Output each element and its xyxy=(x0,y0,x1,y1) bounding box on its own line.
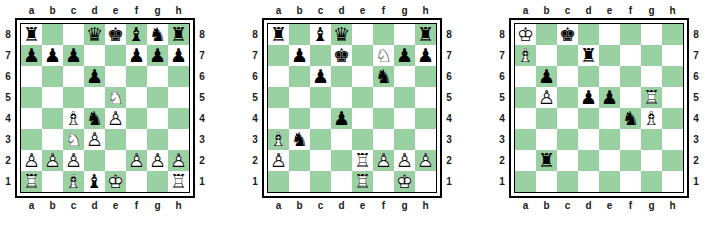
file-labels-bottom: abcdefgh xyxy=(509,198,689,213)
square-f8 xyxy=(373,24,394,45)
white-king: ♔ xyxy=(515,24,536,45)
square-b1 xyxy=(289,171,310,192)
square-e1 xyxy=(599,171,620,192)
square-e6 xyxy=(105,66,126,87)
square-e5: ♞♘ xyxy=(105,87,126,108)
file-label-e: e xyxy=(105,5,126,16)
rank-labels-right: 87654321 xyxy=(689,18,703,198)
rank-label-1: 1 xyxy=(495,171,509,192)
square-b8 xyxy=(42,24,63,45)
white-pawn-fill: ♟ xyxy=(105,108,126,129)
square-h7 xyxy=(662,45,683,66)
square-h4 xyxy=(662,108,683,129)
rank-label-8: 8 xyxy=(442,24,456,45)
black-pawn: ♟ xyxy=(578,87,599,108)
black-pawn: ♟ xyxy=(168,45,189,66)
file-label-f: f xyxy=(126,5,147,16)
black-pawn: ♟ xyxy=(126,45,147,66)
black-rook: ♜ xyxy=(168,24,189,45)
file-label-b: b xyxy=(42,5,63,16)
square-e2 xyxy=(599,150,620,171)
square-f5 xyxy=(126,87,147,108)
white-pawn: ♙ xyxy=(21,150,42,171)
black-pawn: ♟ xyxy=(310,66,331,87)
file-label-b: b xyxy=(536,5,557,16)
rank-label-6: 6 xyxy=(1,66,15,87)
black-pawn: ♟ xyxy=(147,45,168,66)
board-frame: ♜♛♚♝♞♜♟♟♟♟♟♟♟♞♘♝♗♞♟♙♞♘♟♙♟♙♟♙♟♙♟♙♟♙♟♙♜♖♝♗… xyxy=(15,18,195,198)
white-rook: ♖ xyxy=(352,171,373,192)
file-label-d: d xyxy=(578,200,599,211)
square-b4 xyxy=(42,108,63,129)
white-rook: ♖ xyxy=(168,171,189,192)
square-a7: ♟ xyxy=(21,45,42,66)
square-f5 xyxy=(620,87,641,108)
square-e7 xyxy=(352,45,373,66)
square-b5 xyxy=(289,87,310,108)
square-g3 xyxy=(147,129,168,150)
file-label-a: a xyxy=(515,5,536,16)
square-b8 xyxy=(289,24,310,45)
white-rook-fill: ♜ xyxy=(168,171,189,192)
square-h8: ♜ xyxy=(168,24,189,45)
square-b3 xyxy=(42,129,63,150)
file-label-b: b xyxy=(536,200,557,211)
file-label-e: e xyxy=(105,200,126,211)
white-bishop: ♗ xyxy=(641,108,662,129)
square-g6 xyxy=(147,66,168,87)
square-f7: ♞♘ xyxy=(373,45,394,66)
white-bishop-fill: ♝ xyxy=(268,129,289,150)
rank-labels-left: 87654321 xyxy=(248,18,262,198)
square-b2 xyxy=(289,150,310,171)
square-a4 xyxy=(21,108,42,129)
square-d2 xyxy=(578,150,599,171)
file-label-e: e xyxy=(599,200,620,211)
square-a3: ♝♗ xyxy=(268,129,289,150)
square-d1: ♝ xyxy=(84,171,105,192)
square-a1: ♜♖ xyxy=(21,171,42,192)
rank-label-1: 1 xyxy=(442,171,456,192)
file-label-f: f xyxy=(373,5,394,16)
white-pawn-fill: ♟ xyxy=(21,150,42,171)
square-f3 xyxy=(373,129,394,150)
square-c7: ♟ xyxy=(63,45,84,66)
square-g3 xyxy=(394,129,415,150)
white-pawn-fill: ♟ xyxy=(373,150,394,171)
rank-label-6: 6 xyxy=(195,66,209,87)
square-g4 xyxy=(147,108,168,129)
square-d5 xyxy=(84,87,105,108)
white-pawn: ♙ xyxy=(268,150,289,171)
file-label-g: g xyxy=(641,200,662,211)
square-c7 xyxy=(310,45,331,66)
square-e2 xyxy=(105,150,126,171)
rank-label-8: 8 xyxy=(689,24,703,45)
square-c1 xyxy=(557,171,578,192)
square-h8 xyxy=(662,24,683,45)
square-e7 xyxy=(599,45,620,66)
square-h8: ♜ xyxy=(415,24,436,45)
square-h1 xyxy=(662,171,683,192)
square-g4 xyxy=(394,108,415,129)
square-c2: ♟♙ xyxy=(63,150,84,171)
square-f7 xyxy=(620,45,641,66)
square-f2: ♟♙ xyxy=(126,150,147,171)
file-labels-top: abcdefgh xyxy=(15,3,195,18)
black-bishop: ♝ xyxy=(126,24,147,45)
white-pawn: ♙ xyxy=(373,150,394,171)
square-g1: ♚♔ xyxy=(394,171,415,192)
square-g1 xyxy=(641,171,662,192)
square-a6 xyxy=(268,66,289,87)
file-label-e: e xyxy=(352,5,373,16)
square-f4: ♞ xyxy=(620,108,641,129)
black-pawn: ♟ xyxy=(42,45,63,66)
file-labels-top: abcdefgh xyxy=(262,3,442,18)
white-pawn-fill: ♟ xyxy=(84,129,105,150)
square-c8: ♝ xyxy=(310,24,331,45)
square-g3 xyxy=(641,129,662,150)
white-pawn-fill: ♟ xyxy=(415,150,436,171)
white-king: ♔ xyxy=(105,171,126,192)
square-c5 xyxy=(557,87,578,108)
black-queen: ♛ xyxy=(84,24,105,45)
square-f1 xyxy=(620,171,641,192)
board-grid-2: ♜♝♛♜♟♚♞♘♟♟♟♞♟♝♗♞♟♙♜♖♟♙♟♙♟♙♜♖♚♔ xyxy=(267,23,437,193)
square-b6 xyxy=(289,66,310,87)
square-c2 xyxy=(310,150,331,171)
square-c3 xyxy=(557,129,578,150)
square-f5 xyxy=(373,87,394,108)
rank-label-3: 3 xyxy=(495,129,509,150)
board-frame: ♚♔♚♝♗♜♟♟♙♟♟♜♖♞♝♗♜ xyxy=(509,18,689,198)
rank-label-1: 1 xyxy=(248,171,262,192)
rank-label-1: 1 xyxy=(689,171,703,192)
square-a3 xyxy=(21,129,42,150)
square-h5 xyxy=(415,87,436,108)
rank-label-3: 3 xyxy=(1,129,15,150)
white-rook-fill: ♜ xyxy=(352,150,373,171)
square-e5: ♟ xyxy=(599,87,620,108)
square-d5 xyxy=(331,87,352,108)
white-knight-fill: ♞ xyxy=(63,129,84,150)
square-g2: ♟♙ xyxy=(147,150,168,171)
file-label-a: a xyxy=(21,5,42,16)
black-knight: ♞ xyxy=(147,24,168,45)
square-e8 xyxy=(352,24,373,45)
board-grid-1: ♜♛♚♝♞♜♟♟♟♟♟♟♟♞♘♝♗♞♟♙♞♘♟♙♟♙♟♙♟♙♟♙♟♙♟♙♜♖♝♗… xyxy=(20,23,190,193)
square-d7 xyxy=(84,45,105,66)
square-c4 xyxy=(310,108,331,129)
square-e4 xyxy=(599,108,620,129)
square-a2: ♟♙ xyxy=(268,150,289,171)
black-pawn: ♟ xyxy=(331,108,352,129)
square-e4 xyxy=(352,108,373,129)
square-h4 xyxy=(168,108,189,129)
board-frame: ♜♝♛♜♟♚♞♘♟♟♟♞♟♝♗♞♟♙♜♖♟♙♟♙♟♙♜♖♚♔ xyxy=(262,18,442,198)
square-d6 xyxy=(331,66,352,87)
rank-label-4: 4 xyxy=(495,108,509,129)
square-a5 xyxy=(21,87,42,108)
rank-label-6: 6 xyxy=(495,66,509,87)
white-king-fill: ♚ xyxy=(105,171,126,192)
rank-label-2: 2 xyxy=(195,150,209,171)
white-bishop-fill: ♝ xyxy=(641,108,662,129)
square-b3: ♞ xyxy=(289,129,310,150)
square-g5 xyxy=(147,87,168,108)
square-a4 xyxy=(268,108,289,129)
black-king: ♚ xyxy=(557,24,578,45)
square-c1: ♝♗ xyxy=(63,171,84,192)
square-e1: ♜♖ xyxy=(352,171,373,192)
square-e3 xyxy=(352,129,373,150)
square-g7: ♟ xyxy=(394,45,415,66)
square-d8: ♛ xyxy=(84,24,105,45)
file-label-e: e xyxy=(599,5,620,16)
square-h7: ♟ xyxy=(415,45,436,66)
black-pawn: ♟ xyxy=(394,45,415,66)
file-label-d: d xyxy=(84,200,105,211)
square-b1 xyxy=(42,171,63,192)
file-label-f: f xyxy=(620,5,641,16)
file-label-f: f xyxy=(373,200,394,211)
square-f8 xyxy=(620,24,641,45)
square-b5: ♟♙ xyxy=(536,87,557,108)
square-b7: ♟ xyxy=(42,45,63,66)
white-pawn: ♙ xyxy=(105,108,126,129)
white-bishop: ♗ xyxy=(63,171,84,192)
square-a3 xyxy=(515,129,536,150)
square-d1 xyxy=(578,171,599,192)
square-d7: ♜ xyxy=(578,45,599,66)
square-h1: ♜♖ xyxy=(168,171,189,192)
file-label-d: d xyxy=(84,5,105,16)
square-h3 xyxy=(415,129,436,150)
rank-label-2: 2 xyxy=(442,150,456,171)
file-label-a: a xyxy=(268,5,289,16)
white-pawn: ♙ xyxy=(536,87,557,108)
rank-label-7: 7 xyxy=(495,45,509,66)
white-rook: ♖ xyxy=(352,150,373,171)
square-g2: ♟♙ xyxy=(394,150,415,171)
square-e4: ♟♙ xyxy=(105,108,126,129)
file-label-a: a xyxy=(515,200,536,211)
square-d6: ♟ xyxy=(84,66,105,87)
square-d8: ♛ xyxy=(331,24,352,45)
square-e1: ♚♔ xyxy=(105,171,126,192)
square-a6 xyxy=(21,66,42,87)
white-knight: ♘ xyxy=(373,45,394,66)
black-pawn: ♟ xyxy=(415,45,436,66)
square-d4: ♞ xyxy=(84,108,105,129)
black-knight: ♞ xyxy=(84,108,105,129)
square-b2: ♜ xyxy=(536,150,557,171)
rank-label-7: 7 xyxy=(689,45,703,66)
square-d1 xyxy=(331,171,352,192)
rank-label-3: 3 xyxy=(689,129,703,150)
square-b7 xyxy=(536,45,557,66)
white-king-fill: ♚ xyxy=(394,171,415,192)
rank-label-7: 7 xyxy=(1,45,15,66)
rank-label-5: 5 xyxy=(248,87,262,108)
square-c3: ♞♘ xyxy=(63,129,84,150)
square-f6 xyxy=(126,66,147,87)
square-d7: ♚ xyxy=(331,45,352,66)
file-label-g: g xyxy=(147,200,168,211)
white-pawn: ♙ xyxy=(415,150,436,171)
rank-label-2: 2 xyxy=(1,150,15,171)
black-rook: ♜ xyxy=(21,24,42,45)
square-e8: ♚ xyxy=(105,24,126,45)
square-d5: ♟ xyxy=(578,87,599,108)
square-h3 xyxy=(662,129,683,150)
square-a8: ♜ xyxy=(21,24,42,45)
rank-label-3: 3 xyxy=(195,129,209,150)
square-e3 xyxy=(105,129,126,150)
square-h6 xyxy=(168,66,189,87)
rank-label-7: 7 xyxy=(442,45,456,66)
rank-label-3: 3 xyxy=(442,129,456,150)
white-bishop-fill: ♝ xyxy=(63,171,84,192)
white-rook-fill: ♜ xyxy=(352,171,373,192)
rank-labels-right: 87654321 xyxy=(442,18,456,198)
square-g5 xyxy=(394,87,415,108)
white-pawn-fill: ♟ xyxy=(147,150,168,171)
square-b2: ♟♙ xyxy=(42,150,63,171)
square-h2: ♟♙ xyxy=(415,150,436,171)
black-pawn: ♟ xyxy=(63,45,84,66)
square-h5 xyxy=(168,87,189,108)
black-pawn: ♟ xyxy=(599,87,620,108)
square-b8 xyxy=(536,24,557,45)
rank-label-4: 4 xyxy=(248,108,262,129)
square-d4 xyxy=(578,108,599,129)
file-label-h: h xyxy=(168,5,189,16)
file-label-a: a xyxy=(268,200,289,211)
rank-label-2: 2 xyxy=(248,150,262,171)
black-knight: ♞ xyxy=(373,66,394,87)
white-rook: ♖ xyxy=(641,87,662,108)
rank-label-4: 4 xyxy=(689,108,703,129)
rank-label-5: 5 xyxy=(495,87,509,108)
square-c8 xyxy=(63,24,84,45)
square-h6 xyxy=(415,66,436,87)
square-g5: ♜♖ xyxy=(641,87,662,108)
rank-label-1: 1 xyxy=(195,171,209,192)
white-knight-fill: ♞ xyxy=(105,87,126,108)
chess-board-1: abcdefgh 87654321 ♜♛♚♝♞♜♟♟♟♟♟♟♟♞♘♝♗♞♟♙♞♘… xyxy=(1,3,209,213)
white-rook-fill: ♜ xyxy=(641,87,662,108)
white-knight: ♘ xyxy=(105,87,126,108)
rank-label-7: 7 xyxy=(248,45,262,66)
white-bishop-fill: ♝ xyxy=(515,45,536,66)
black-pawn: ♟ xyxy=(536,66,557,87)
chess-diagrams-page: abcdefgh 87654321 ♜♛♚♝♞♜♟♟♟♟♟♟♟♞♘♝♗♞♟♙♞♘… xyxy=(0,0,711,213)
square-f4 xyxy=(126,108,147,129)
square-b3 xyxy=(536,129,557,150)
rank-label-6: 6 xyxy=(248,66,262,87)
white-pawn-fill: ♟ xyxy=(42,150,63,171)
square-h3 xyxy=(168,129,189,150)
square-a7: ♝♗ xyxy=(515,45,536,66)
white-pawn: ♙ xyxy=(168,150,189,171)
square-h5 xyxy=(662,87,683,108)
square-d3: ♟♙ xyxy=(84,129,105,150)
square-d3 xyxy=(578,129,599,150)
square-c5 xyxy=(63,87,84,108)
rank-label-4: 4 xyxy=(195,108,209,129)
square-e7 xyxy=(105,45,126,66)
square-b4 xyxy=(536,108,557,129)
black-rook: ♜ xyxy=(536,150,557,171)
square-a1 xyxy=(268,171,289,192)
white-knight-fill: ♞ xyxy=(373,45,394,66)
rank-label-8: 8 xyxy=(495,24,509,45)
rank-label-7: 7 xyxy=(195,45,209,66)
black-queen: ♛ xyxy=(331,24,352,45)
rank-label-8: 8 xyxy=(248,24,262,45)
square-g2 xyxy=(641,150,662,171)
square-h6 xyxy=(662,66,683,87)
square-e5 xyxy=(352,87,373,108)
rank-labels-left: 87654321 xyxy=(495,18,509,198)
file-label-h: h xyxy=(662,5,683,16)
square-a2: ♟♙ xyxy=(21,150,42,171)
file-label-g: g xyxy=(147,5,168,16)
square-c4 xyxy=(557,108,578,129)
white-bishop: ♗ xyxy=(63,108,84,129)
rank-label-6: 6 xyxy=(689,66,703,87)
square-a1 xyxy=(515,171,536,192)
square-c3 xyxy=(310,129,331,150)
square-h1 xyxy=(415,171,436,192)
square-g7: ♟ xyxy=(147,45,168,66)
file-label-c: c xyxy=(63,200,84,211)
white-pawn-fill: ♟ xyxy=(536,87,557,108)
black-king: ♚ xyxy=(105,24,126,45)
black-knight: ♞ xyxy=(289,129,310,150)
white-pawn: ♙ xyxy=(394,150,415,171)
white-bishop-fill: ♝ xyxy=(63,108,84,129)
file-label-g: g xyxy=(641,5,662,16)
file-label-c: c xyxy=(310,200,331,211)
square-b1 xyxy=(536,171,557,192)
rank-label-5: 5 xyxy=(442,87,456,108)
file-label-f: f xyxy=(126,200,147,211)
square-f6 xyxy=(620,66,641,87)
black-knight: ♞ xyxy=(620,108,641,129)
square-b5 xyxy=(42,87,63,108)
square-h4 xyxy=(415,108,436,129)
file-label-h: h xyxy=(415,200,436,211)
square-f3 xyxy=(620,129,641,150)
square-c8: ♚ xyxy=(557,24,578,45)
square-a2 xyxy=(515,150,536,171)
square-a8: ♜ xyxy=(268,24,289,45)
black-bishop: ♝ xyxy=(310,24,331,45)
square-g6 xyxy=(394,66,415,87)
white-knight: ♘ xyxy=(63,129,84,150)
file-label-b: b xyxy=(289,5,310,16)
square-g1 xyxy=(147,171,168,192)
square-a5 xyxy=(515,87,536,108)
rank-label-4: 4 xyxy=(1,108,15,129)
black-rook: ♜ xyxy=(578,45,599,66)
black-rook: ♜ xyxy=(268,24,289,45)
file-label-b: b xyxy=(289,200,310,211)
file-label-d: d xyxy=(331,5,352,16)
